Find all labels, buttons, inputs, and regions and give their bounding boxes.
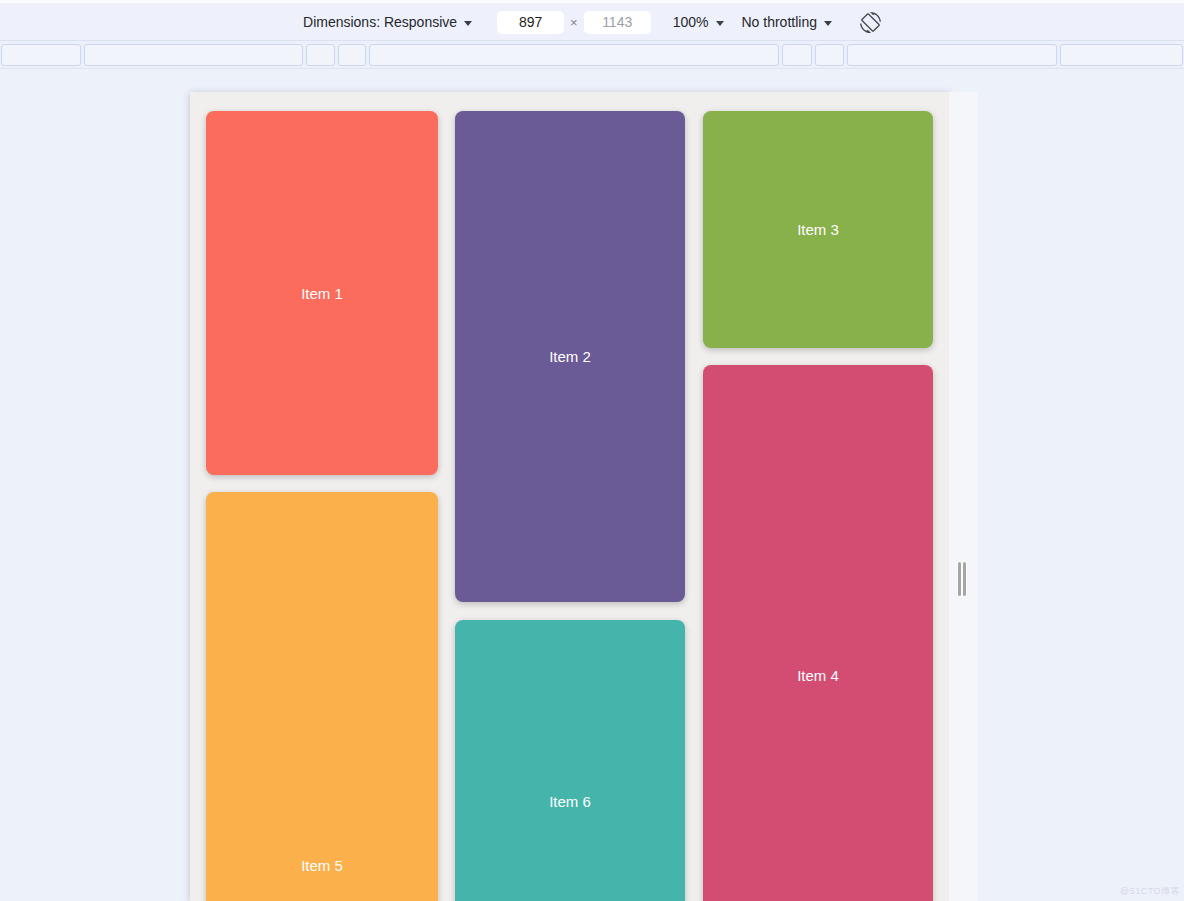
grid-item-label: Item 1 [301,285,343,302]
grid-item: Item 1 [206,111,438,475]
times-separator: × [570,15,578,30]
chevron-down-icon [464,21,472,26]
viewport-resize-strip [949,92,978,901]
chevron-down-icon [716,21,724,26]
zoom-dropdown[interactable]: 100% [673,14,724,30]
grid-item-label: Item 4 [797,667,839,684]
media-query-segment[interactable] [1060,44,1183,66]
resize-grip-bar [958,562,961,596]
media-query-segment[interactable] [306,44,335,66]
grid-item: Item 2 [455,111,685,602]
viewport-resize-handle[interactable] [958,562,966,596]
zoom-value: 100% [673,14,709,30]
device-toolbar: Dimensions: Responsive × 100% No throttl… [0,4,1184,41]
grid-item-label: Item 5 [301,857,343,874]
resize-grip-bar [963,562,966,596]
throttling-dropdown[interactable]: No throttling [742,14,832,30]
media-query-bar [0,41,1184,69]
throttling-value: No throttling [742,14,817,30]
screen-rotation-icon [860,12,881,33]
grid-item: Item 3 [703,111,933,348]
width-input[interactable] [497,11,564,34]
media-query-segment[interactable] [782,44,812,66]
grid-item: Item 6 [455,620,685,901]
grid-item: Item 5 [206,492,438,901]
grid-item: Item 4 [703,365,933,901]
watermark: @51CTO博客 [1120,885,1180,898]
media-query-segment[interactable] [847,44,1057,66]
rotate-button[interactable] [860,12,881,33]
grid-item-label: Item 3 [797,221,839,238]
dimensions-dropdown[interactable]: Dimensions: Responsive [303,14,472,30]
media-query-segment[interactable] [815,44,844,66]
media-query-segment[interactable] [369,44,779,66]
device-viewport: Item 1 Item 2 Item 3 Item 4 Item 5 Item … [190,92,949,901]
chevron-down-icon [824,21,832,26]
grid-item-label: Item 2 [549,348,591,365]
grid-item-label: Item 6 [549,793,591,810]
media-query-segment[interactable] [1,44,81,66]
height-input[interactable] [584,11,651,34]
dimensions-label: Dimensions: Responsive [303,14,457,30]
device-mode-canvas: Item 1 Item 2 Item 3 Item 4 Item 5 Item … [0,70,1184,901]
media-query-segment[interactable] [84,44,303,66]
media-query-segment[interactable] [338,44,366,66]
